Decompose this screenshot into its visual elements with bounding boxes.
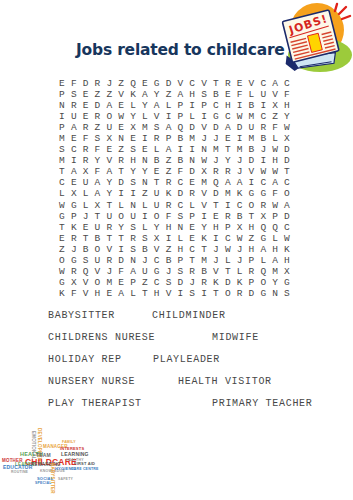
grid-cell[interactable]: L bbox=[269, 233, 281, 244]
grid-cell[interactable]: H bbox=[281, 100, 293, 111]
grid-cell[interactable]: S bbox=[163, 277, 175, 288]
grid-cell[interactable]: D bbox=[281, 211, 293, 222]
grid-cell[interactable]: L bbox=[257, 255, 269, 266]
grid-cell[interactable]: J bbox=[139, 255, 151, 266]
grid-cell[interactable]: C bbox=[257, 177, 269, 188]
grid-cell[interactable]: E bbox=[56, 233, 68, 244]
grid-cell[interactable]: S bbox=[174, 266, 186, 277]
grid-cell[interactable]: R bbox=[186, 266, 198, 277]
grid-cell[interactable]: B bbox=[246, 144, 258, 155]
grid-cell[interactable]: L bbox=[115, 200, 127, 211]
grid-cell[interactable]: M bbox=[56, 155, 68, 166]
grid-cell[interactable]: L bbox=[186, 200, 198, 211]
grid-cell[interactable]: Z bbox=[56, 244, 68, 255]
grid-cell[interactable]: I bbox=[163, 111, 175, 122]
grid-cell[interactable]: D bbox=[246, 288, 258, 299]
grid-cell[interactable]: Z bbox=[163, 166, 175, 177]
grid-cell[interactable]: I bbox=[210, 233, 222, 244]
grid-cell[interactable]: N bbox=[127, 255, 139, 266]
grid-cell[interactable]: S bbox=[80, 255, 92, 266]
grid-cell[interactable]: S bbox=[174, 211, 186, 222]
grid-cell[interactable]: W bbox=[56, 266, 68, 277]
grid-cell[interactable]: D bbox=[174, 188, 186, 199]
grid-cell[interactable]: N bbox=[174, 222, 186, 233]
grid-cell[interactable]: Y bbox=[127, 111, 139, 122]
grid-cell[interactable]: O bbox=[281, 188, 293, 199]
grid-cell[interactable]: S bbox=[127, 177, 139, 188]
grid-cell[interactable]: B bbox=[210, 89, 222, 100]
grid-cell[interactable]: S bbox=[127, 222, 139, 233]
grid-cell[interactable]: G bbox=[68, 200, 80, 211]
grid-cell[interactable]: L bbox=[56, 188, 68, 199]
grid-cell[interactable]: Z bbox=[246, 233, 258, 244]
grid-cell[interactable]: M bbox=[103, 277, 115, 288]
grid-cell[interactable]: E bbox=[115, 277, 127, 288]
grid-cell[interactable]: I bbox=[234, 133, 246, 144]
grid-cell[interactable]: D bbox=[186, 122, 198, 133]
grid-cell[interactable]: L bbox=[246, 89, 258, 100]
grid-cell[interactable]: O bbox=[115, 211, 127, 222]
grid-cell[interactable]: P bbox=[174, 111, 186, 122]
grid-cell[interactable]: J bbox=[103, 266, 115, 277]
grid-cell[interactable]: V bbox=[198, 78, 210, 89]
grid-cell[interactable]: H bbox=[246, 244, 258, 255]
grid-cell[interactable]: E bbox=[127, 133, 139, 144]
grid-cell[interactable]: T bbox=[92, 211, 104, 222]
grid-cell[interactable]: T bbox=[103, 233, 115, 244]
grid-cell[interactable]: I bbox=[257, 100, 269, 111]
grid-cell[interactable]: D bbox=[281, 144, 293, 155]
grid-cell[interactable]: W bbox=[198, 155, 210, 166]
grid-cell[interactable]: T bbox=[56, 222, 68, 233]
grid-cell[interactable]: A bbox=[115, 288, 127, 299]
grid-cell[interactable]: Z bbox=[163, 244, 175, 255]
grid-cell[interactable]: B bbox=[234, 211, 246, 222]
grid-cell[interactable]: Q bbox=[174, 122, 186, 133]
grid-cell[interactable]: L bbox=[139, 200, 151, 211]
grid-cell[interactable]: O bbox=[92, 244, 104, 255]
grid-cell[interactable]: T bbox=[210, 200, 222, 211]
grid-cell[interactable]: R bbox=[151, 133, 163, 144]
grid-cell[interactable]: V bbox=[269, 89, 281, 100]
grid-cell[interactable]: Y bbox=[115, 222, 127, 233]
grid-cell[interactable]: I bbox=[139, 133, 151, 144]
grid-cell[interactable]: X bbox=[68, 188, 80, 199]
grid-cell[interactable]: L bbox=[127, 100, 139, 111]
grid-cell[interactable]: F bbox=[80, 133, 92, 144]
grid-cell[interactable]: Y bbox=[139, 166, 151, 177]
grid-cell[interactable]: P bbox=[163, 133, 175, 144]
grid-cell[interactable]: Y bbox=[269, 277, 281, 288]
grid-cell[interactable]: E bbox=[115, 100, 127, 111]
grid-cell[interactable]: M bbox=[234, 144, 246, 155]
grid-cell[interactable]: Y bbox=[92, 155, 104, 166]
grid-cell[interactable]: D bbox=[234, 122, 246, 133]
grid-cell[interactable]: S bbox=[68, 89, 80, 100]
grid-cell[interactable]: R bbox=[198, 277, 210, 288]
grid-cell[interactable]: A bbox=[139, 89, 151, 100]
grid-cell[interactable]: P bbox=[198, 100, 210, 111]
grid-cell[interactable]: K bbox=[210, 277, 222, 288]
grid-cell[interactable]: R bbox=[222, 166, 234, 177]
grid-cell[interactable]: V bbox=[115, 89, 127, 100]
grid-cell[interactable]: R bbox=[80, 155, 92, 166]
grid-cell[interactable]: F bbox=[234, 89, 246, 100]
grid-cell[interactable]: R bbox=[92, 78, 104, 89]
grid-cell[interactable]: L bbox=[234, 266, 246, 277]
grid-cell[interactable]: K bbox=[281, 244, 293, 255]
grid-cell[interactable]: A bbox=[92, 188, 104, 199]
grid-cell[interactable]: B bbox=[257, 133, 269, 144]
grid-cell[interactable]: C bbox=[56, 177, 68, 188]
grid-cell[interactable]: T bbox=[103, 200, 115, 211]
grid-cell[interactable]: L bbox=[139, 222, 151, 233]
grid-cell[interactable]: R bbox=[234, 288, 246, 299]
grid-cell[interactable]: L bbox=[186, 111, 198, 122]
grid-cell[interactable]: C bbox=[257, 78, 269, 89]
grid-cell[interactable]: V bbox=[151, 244, 163, 255]
grid-cell[interactable]: U bbox=[246, 122, 258, 133]
grid-cell[interactable]: W bbox=[234, 111, 246, 122]
grid-cell[interactable]: V bbox=[103, 244, 115, 255]
grid-cell[interactable]: V bbox=[198, 188, 210, 199]
grid-cell[interactable]: N bbox=[127, 200, 139, 211]
grid-cell[interactable]: B bbox=[92, 233, 104, 244]
grid-cell[interactable]: A bbox=[281, 200, 293, 211]
grid-cell[interactable]: M bbox=[269, 266, 281, 277]
grid-cell[interactable]: H bbox=[281, 255, 293, 266]
grid-cell[interactable]: F bbox=[281, 89, 293, 100]
grid-cell[interactable]: G bbox=[210, 111, 222, 122]
grid-cell[interactable]: A bbox=[269, 78, 281, 89]
grid-cell[interactable]: A bbox=[103, 166, 115, 177]
grid-cell[interactable]: O bbox=[246, 200, 258, 211]
grid-cell[interactable]: D bbox=[210, 122, 222, 133]
grid-cell[interactable]: A bbox=[257, 244, 269, 255]
grid-cell[interactable]: E bbox=[68, 133, 80, 144]
grid-cell[interactable]: Y bbox=[198, 222, 210, 233]
grid-cell[interactable]: J bbox=[210, 133, 222, 144]
grid-cell[interactable]: P bbox=[174, 255, 186, 266]
grid-cell[interactable]: P bbox=[246, 255, 258, 266]
grid-cell[interactable]: I bbox=[115, 244, 127, 255]
grid-cell[interactable]: Z bbox=[139, 277, 151, 288]
grid-cell[interactable]: O bbox=[151, 211, 163, 222]
grid-cell[interactable]: N bbox=[139, 177, 151, 188]
grid-cell[interactable]: Y bbox=[139, 100, 151, 111]
grid-cell[interactable]: J bbox=[68, 244, 80, 255]
grid-cell[interactable]: E bbox=[186, 222, 198, 233]
grid-cell[interactable]: A bbox=[222, 177, 234, 188]
grid-cell[interactable]: S bbox=[281, 288, 293, 299]
grid-cell[interactable]: X bbox=[234, 222, 246, 233]
grid-cell[interactable]: H bbox=[92, 288, 104, 299]
grid-cell[interactable]: R bbox=[163, 200, 175, 211]
grid-cell[interactable]: B bbox=[174, 155, 186, 166]
grid-cell[interactable]: E bbox=[80, 100, 92, 111]
grid-cell[interactable]: J bbox=[234, 166, 246, 177]
grid-cell[interactable]: B bbox=[151, 155, 163, 166]
grid-cell[interactable]: E bbox=[234, 78, 246, 89]
grid-cell[interactable]: X bbox=[80, 166, 92, 177]
grid-cell[interactable]: H bbox=[210, 222, 222, 233]
grid-cell[interactable]: X bbox=[281, 266, 293, 277]
grid-cell[interactable]: R bbox=[210, 166, 222, 177]
grid-cell[interactable]: H bbox=[163, 222, 175, 233]
grid-cell[interactable]: Y bbox=[151, 222, 163, 233]
grid-cell[interactable]: I bbox=[174, 144, 186, 155]
grid-cell[interactable]: E bbox=[222, 133, 234, 144]
grid-cell[interactable]: F bbox=[92, 166, 104, 177]
grid-cell[interactable]: G bbox=[257, 288, 269, 299]
grid-cell[interactable]: L bbox=[80, 200, 92, 211]
grid-cell[interactable]: U bbox=[92, 255, 104, 266]
grid-cell[interactable]: M bbox=[198, 177, 210, 188]
grid-cell[interactable]: E bbox=[151, 166, 163, 177]
grid-cell[interactable]: V bbox=[246, 166, 258, 177]
grid-cell[interactable]: P bbox=[222, 222, 234, 233]
grid-cell[interactable]: N bbox=[198, 144, 210, 155]
grid-cell[interactable]: K bbox=[56, 288, 68, 299]
grid-cell[interactable]: E bbox=[139, 144, 151, 155]
grid-cell[interactable]: C bbox=[281, 177, 293, 188]
grid-cell[interactable]: J bbox=[234, 255, 246, 266]
grid-cell[interactable]: T bbox=[222, 266, 234, 277]
grid-cell[interactable]: Y bbox=[151, 89, 163, 100]
grid-cell[interactable]: E bbox=[80, 89, 92, 100]
grid-cell[interactable]: E bbox=[115, 122, 127, 133]
grid-cell[interactable]: V bbox=[246, 78, 258, 89]
grid-cell[interactable]: J bbox=[163, 266, 175, 277]
grid-cell[interactable]: J bbox=[210, 255, 222, 266]
grid-cell[interactable]: F bbox=[174, 166, 186, 177]
grid-cell[interactable]: D bbox=[92, 100, 104, 111]
grid-cell[interactable]: J bbox=[210, 244, 222, 255]
grid-cell[interactable]: R bbox=[68, 233, 80, 244]
grid-cell[interactable]: R bbox=[222, 211, 234, 222]
grid-cell[interactable]: D bbox=[80, 78, 92, 89]
grid-cell[interactable]: I bbox=[174, 288, 186, 299]
grid-cell[interactable]: Y bbox=[222, 155, 234, 166]
grid-cell[interactable]: V bbox=[198, 200, 210, 211]
grid-cell[interactable]: K bbox=[198, 233, 210, 244]
grid-cell[interactable]: E bbox=[222, 89, 234, 100]
grid-cell[interactable]: W bbox=[269, 200, 281, 211]
grid-cell[interactable]: I bbox=[139, 211, 151, 222]
grid-cell[interactable]: E bbox=[56, 78, 68, 89]
grid-cell[interactable]: F bbox=[269, 188, 281, 199]
grid-cell[interactable]: M bbox=[198, 255, 210, 266]
grid-cell[interactable]: W bbox=[257, 166, 269, 177]
grid-cell[interactable]: D bbox=[115, 177, 127, 188]
grid-cell[interactable]: C bbox=[151, 255, 163, 266]
grid-cell[interactable]: R bbox=[257, 122, 269, 133]
grid-cell[interactable]: Y bbox=[103, 188, 115, 199]
grid-cell[interactable]: F bbox=[68, 78, 80, 89]
grid-cell[interactable]: B bbox=[174, 133, 186, 144]
grid-cell[interactable]: D bbox=[163, 78, 175, 89]
grid-cell[interactable]: W bbox=[115, 111, 127, 122]
grid-cell[interactable]: S bbox=[139, 233, 151, 244]
grid-cell[interactable]: T bbox=[210, 288, 222, 299]
grid-cell[interactable]: R bbox=[80, 144, 92, 155]
grid-cell[interactable]: T bbox=[151, 177, 163, 188]
grid-cell[interactable]: P bbox=[246, 277, 258, 288]
grid-cell[interactable]: A bbox=[269, 177, 281, 188]
grid-cell[interactable]: S bbox=[92, 133, 104, 144]
grid-cell[interactable]: P bbox=[56, 122, 68, 133]
grid-cell[interactable]: I bbox=[68, 155, 80, 166]
grid-cell[interactable]: N bbox=[56, 100, 68, 111]
grid-cell[interactable]: V bbox=[198, 122, 210, 133]
grid-cell[interactable]: U bbox=[151, 200, 163, 211]
grid-cell[interactable]: C bbox=[68, 144, 80, 155]
grid-cell[interactable]: I bbox=[234, 100, 246, 111]
grid-cell[interactable]: W bbox=[56, 200, 68, 211]
grid-cell[interactable]: Z bbox=[163, 89, 175, 100]
grid-cell[interactable]: L bbox=[151, 144, 163, 155]
grid-cell[interactable]: A bbox=[68, 166, 80, 177]
grid-cell[interactable]: C bbox=[151, 277, 163, 288]
grid-cell[interactable]: R bbox=[163, 177, 175, 188]
grid-cell[interactable]: F bbox=[163, 211, 175, 222]
grid-cell[interactable]: X bbox=[198, 166, 210, 177]
grid-cell[interactable]: V bbox=[163, 288, 175, 299]
grid-cell[interactable]: X bbox=[281, 133, 293, 144]
grid-cell[interactable]: N bbox=[115, 133, 127, 144]
grid-cell[interactable]: R bbox=[115, 155, 127, 166]
grid-cell[interactable]: J bbox=[80, 211, 92, 222]
grid-cell[interactable]: A bbox=[127, 266, 139, 277]
grid-cell[interactable]: D bbox=[246, 155, 258, 166]
grid-cell[interactable]: K bbox=[68, 222, 80, 233]
grid-cell[interactable]: X bbox=[257, 211, 269, 222]
grid-cell[interactable]: H bbox=[246, 222, 258, 233]
grid-cell[interactable]: R bbox=[92, 111, 104, 122]
grid-cell[interactable]: W bbox=[281, 233, 293, 244]
grid-cell[interactable]: M bbox=[139, 122, 151, 133]
grid-cell[interactable]: T bbox=[222, 144, 234, 155]
grid-cell[interactable]: I bbox=[246, 177, 258, 188]
grid-cell[interactable]: D bbox=[281, 155, 293, 166]
grid-cell[interactable]: U bbox=[257, 89, 269, 100]
grid-cell[interactable]: L bbox=[80, 188, 92, 199]
grid-cell[interactable]: H bbox=[127, 155, 139, 166]
grid-cell[interactable]: P bbox=[174, 100, 186, 111]
grid-cell[interactable]: R bbox=[80, 122, 92, 133]
grid-cell[interactable]: M bbox=[246, 133, 258, 144]
grid-cell[interactable]: U bbox=[151, 188, 163, 199]
grid-cell[interactable]: M bbox=[210, 144, 222, 155]
grid-cell[interactable]: H bbox=[222, 100, 234, 111]
grid-cell[interactable]: E bbox=[68, 177, 80, 188]
grid-cell[interactable]: N bbox=[269, 288, 281, 299]
grid-cell[interactable]: R bbox=[222, 78, 234, 89]
grid-cell[interactable]: I bbox=[222, 200, 234, 211]
grid-cell[interactable]: Z bbox=[92, 122, 104, 133]
grid-cell[interactable]: I bbox=[198, 288, 210, 299]
grid-cell[interactable]: H bbox=[186, 89, 198, 100]
grid-cell[interactable]: P bbox=[127, 277, 139, 288]
grid-cell[interactable]: R bbox=[103, 222, 115, 233]
grid-cell[interactable]: E bbox=[103, 144, 115, 155]
grid-cell[interactable]: D bbox=[210, 188, 222, 199]
grid-cell[interactable]: M bbox=[246, 111, 258, 122]
grid-cell[interactable]: X bbox=[151, 233, 163, 244]
grid-cell[interactable]: P bbox=[56, 89, 68, 100]
grid-cell[interactable]: V bbox=[80, 277, 92, 288]
grid-cell[interactable]: J bbox=[103, 78, 115, 89]
grid-cell[interactable]: G bbox=[151, 78, 163, 89]
grid-cell[interactable]: E bbox=[80, 222, 92, 233]
grid-cell[interactable]: R bbox=[257, 200, 269, 211]
grid-cell[interactable]: V bbox=[103, 155, 115, 166]
grid-cell[interactable]: T bbox=[210, 78, 222, 89]
grid-cell[interactable]: W bbox=[281, 122, 293, 133]
grid-cell[interactable]: C bbox=[234, 200, 246, 211]
grid-cell[interactable]: M bbox=[222, 188, 234, 199]
grid-cell[interactable]: I bbox=[163, 233, 175, 244]
grid-cell[interactable]: X bbox=[103, 133, 115, 144]
grid-cell[interactable]: O bbox=[92, 277, 104, 288]
grid-cell[interactable]: W bbox=[234, 233, 246, 244]
grid-cell[interactable]: V bbox=[174, 78, 186, 89]
grid-cell[interactable]: U bbox=[139, 266, 151, 277]
grid-cell[interactable]: A bbox=[163, 122, 175, 133]
grid-cell[interactable]: O bbox=[257, 277, 269, 288]
grid-cell[interactable]: L bbox=[174, 233, 186, 244]
grid-cell[interactable]: G bbox=[56, 277, 68, 288]
grid-cell[interactable]: Y bbox=[127, 166, 139, 177]
grid-cell[interactable]: I bbox=[257, 155, 269, 166]
grid-cell[interactable]: T bbox=[56, 166, 68, 177]
grid-cell[interactable]: G bbox=[151, 266, 163, 277]
grid-cell[interactable]: Z bbox=[115, 78, 127, 89]
grid-cell[interactable]: A bbox=[174, 89, 186, 100]
grid-cell[interactable]: M bbox=[56, 133, 68, 144]
grid-cell[interactable]: B bbox=[246, 100, 258, 111]
grid-cell[interactable]: J bbox=[234, 155, 246, 166]
grid-cell[interactable]: F bbox=[269, 122, 281, 133]
grid-cell[interactable]: O bbox=[56, 255, 68, 266]
grid-cell[interactable]: T bbox=[139, 288, 151, 299]
grid-cell[interactable]: T bbox=[186, 255, 198, 266]
grid-cell[interactable]: U bbox=[80, 177, 92, 188]
grid-cell[interactable]: C bbox=[210, 100, 222, 111]
grid-cell[interactable]: T bbox=[246, 211, 258, 222]
grid-cell[interactable]: J bbox=[257, 144, 269, 155]
grid-cell[interactable]: I bbox=[186, 100, 198, 111]
grid-cell[interactable]: I bbox=[198, 111, 210, 122]
grid-cell[interactable]: N bbox=[139, 155, 151, 166]
grid-cell[interactable]: P bbox=[68, 211, 80, 222]
grid-cell[interactable]: G bbox=[281, 277, 293, 288]
grid-cell[interactable]: R bbox=[127, 233, 139, 244]
grid-cell[interactable]: A bbox=[163, 144, 175, 155]
grid-cell[interactable]: V bbox=[151, 111, 163, 122]
grid-cell[interactable]: G bbox=[56, 211, 68, 222]
grid-cell[interactable]: B bbox=[163, 255, 175, 266]
grid-cell[interactable]: E bbox=[103, 288, 115, 299]
grid-cell[interactable]: L bbox=[269, 133, 281, 144]
grid-cell[interactable]: R bbox=[246, 266, 258, 277]
grid-cell[interactable]: C bbox=[257, 111, 269, 122]
grid-cell[interactable]: I bbox=[56, 111, 68, 122]
grid-cell[interactable]: Z bbox=[103, 89, 115, 100]
grid-cell[interactable]: R bbox=[103, 255, 115, 266]
grid-cell[interactable]: Q bbox=[257, 266, 269, 277]
grid-cell[interactable]: A bbox=[269, 255, 281, 266]
